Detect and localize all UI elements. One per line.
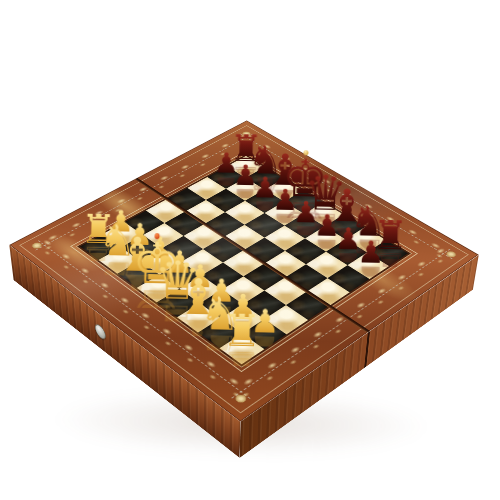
- board-top: [9, 120, 478, 421]
- inlay-corner-motif: [236, 395, 246, 403]
- chess-board-3d: [9, 120, 478, 421]
- medallion-badge: [94, 321, 106, 342]
- board-fold-seam-side: [364, 331, 370, 368]
- inlay-corner-motif: [446, 251, 456, 257]
- product-photo: ♜♜♞♞♝♝♚♚♛♛♝♝♞♞♜♜♟♟♟♟♟♟♟♟♟♟♟♟♟♟♟♟♟♟♟♟♟♟♟♟…: [0, 0, 500, 500]
- inlay-corner-motif: [242, 132, 250, 137]
- camera-tilt: ♜♜♞♞♝♝♚♚♛♛♝♝♞♞♜♜♟♟♟♟♟♟♟♟♟♟♟♟♟♟♟♟♟♟♟♟♟♟♟♟…: [0, 0, 500, 500]
- inlay-corner-motif: [32, 243, 42, 249]
